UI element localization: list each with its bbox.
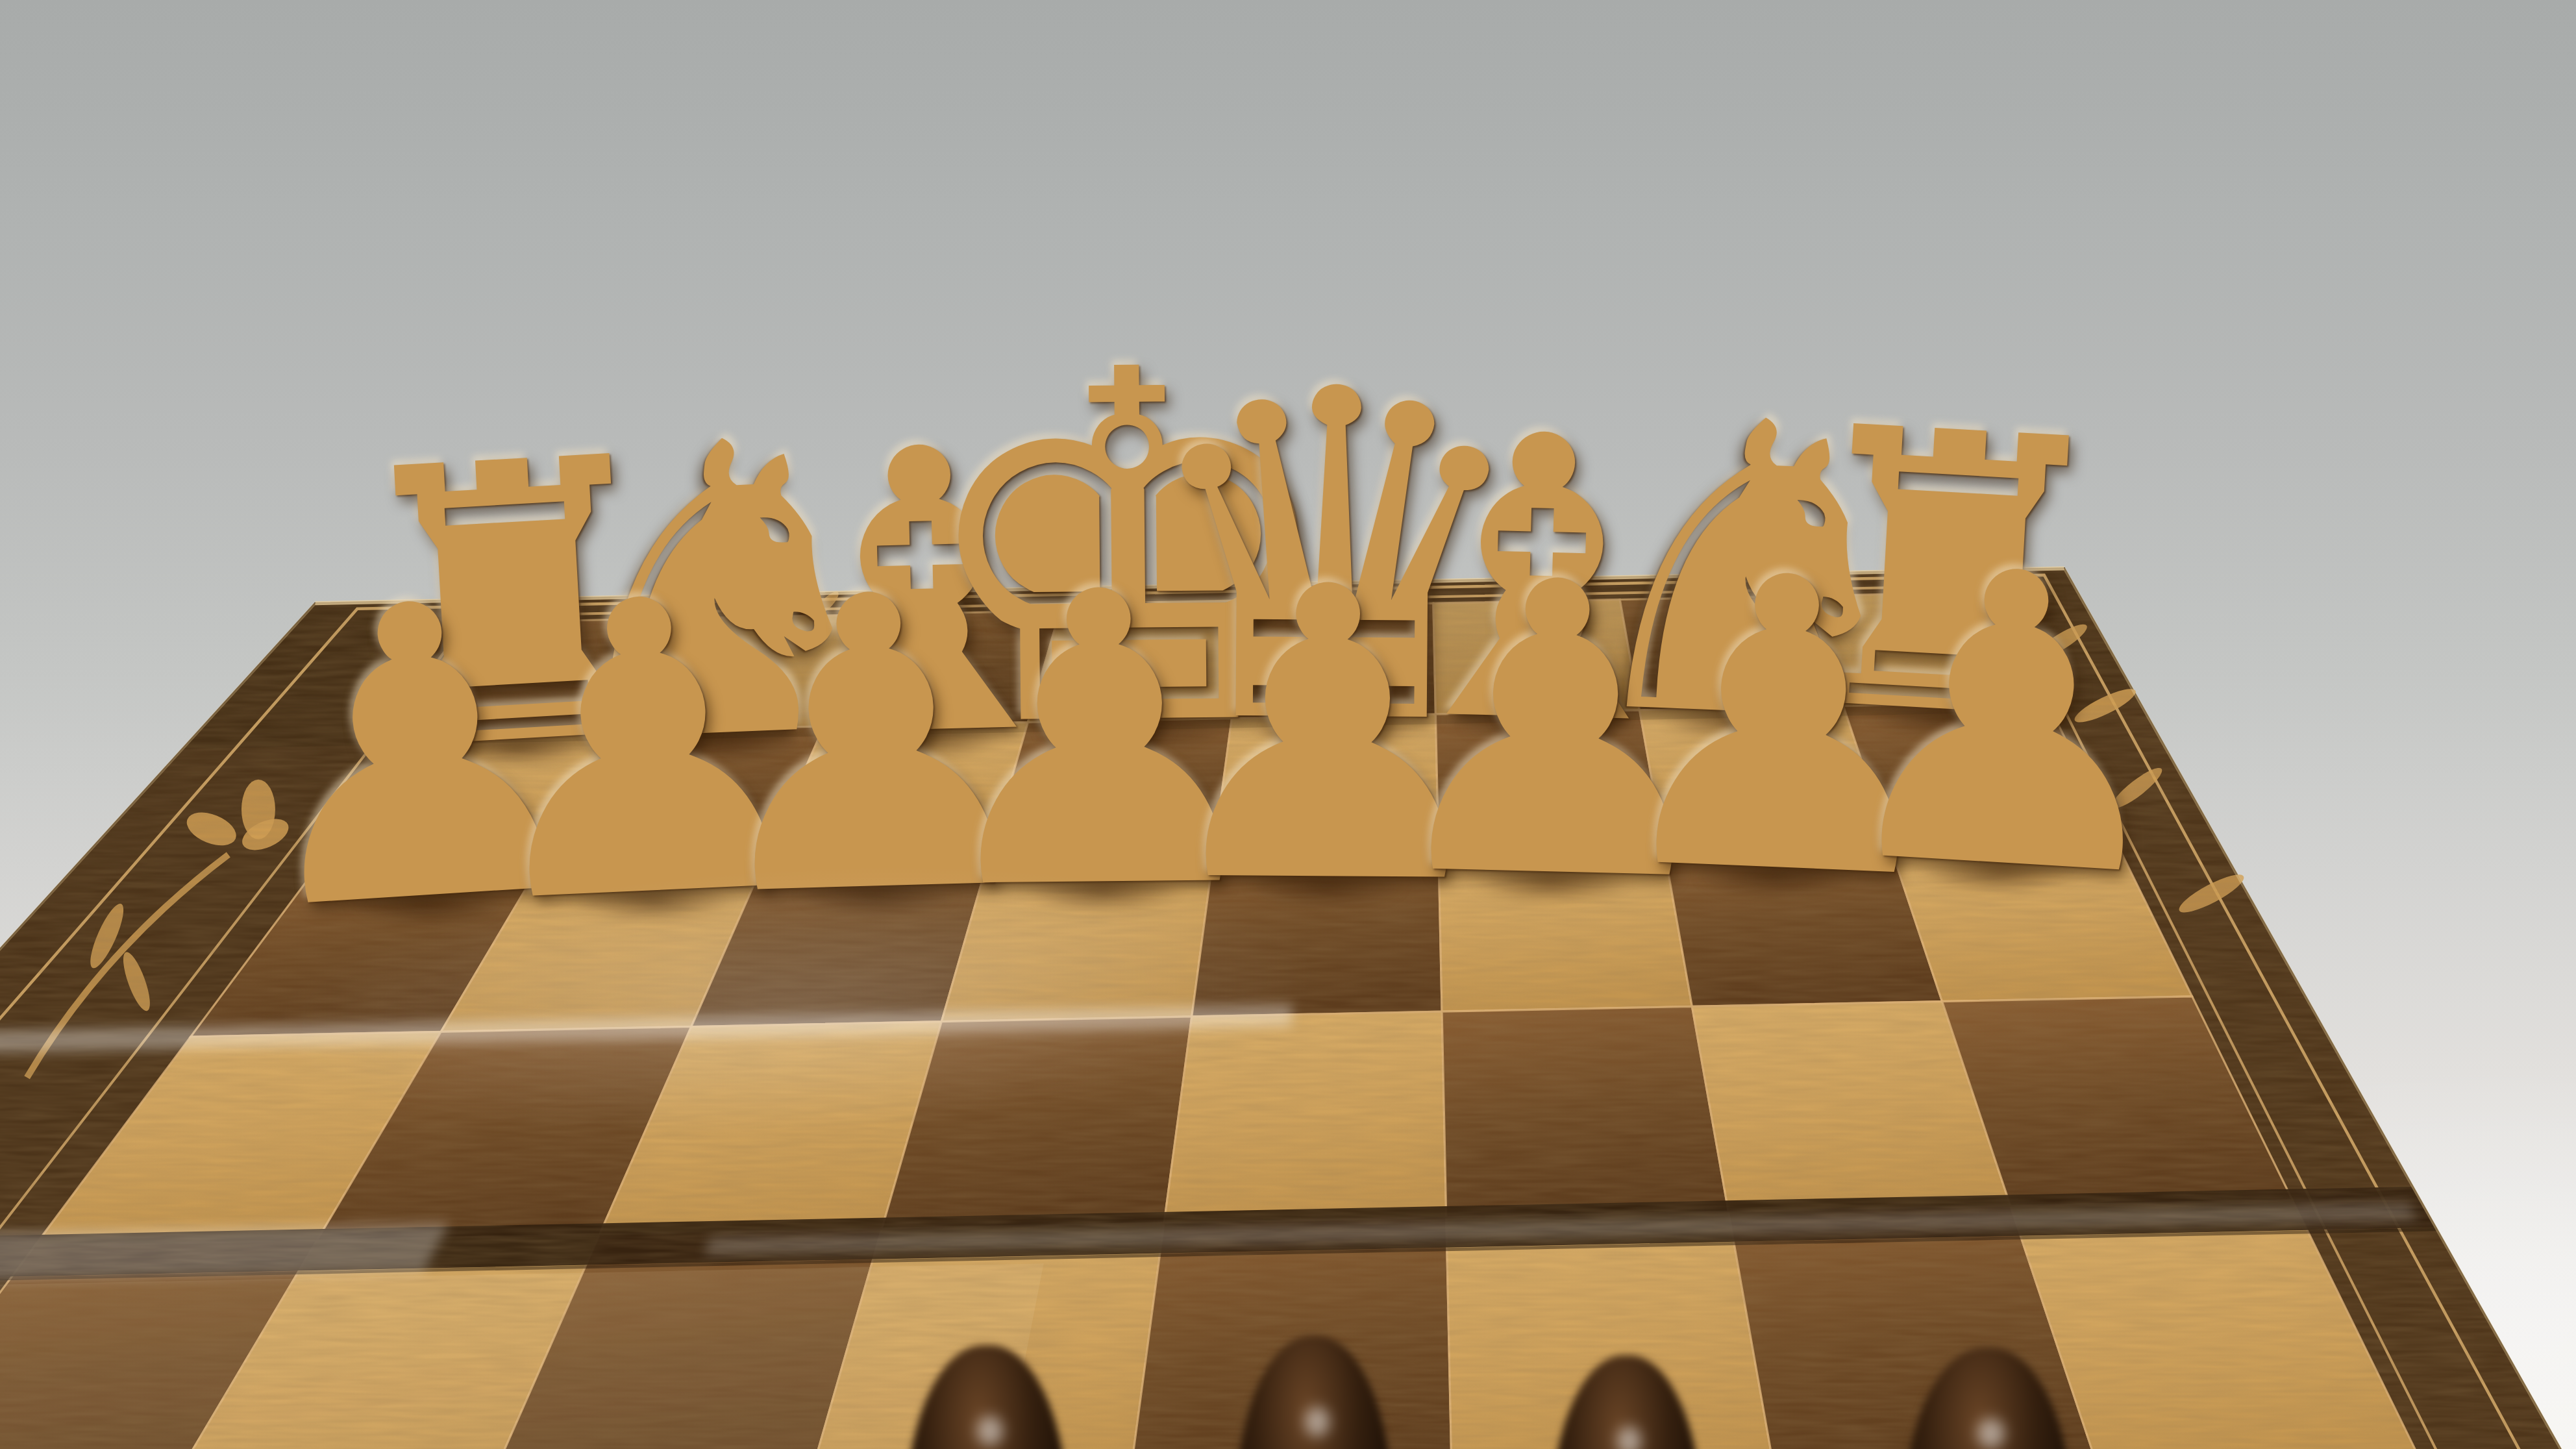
dark-pieces-layer [0, 0, 2576, 1449]
dark-piece-top[interactable] [1550, 1356, 1703, 1449]
photo-scene: ♜♞♝♚♛♝♞♜♟♟♟♟♟♟♟♟ [0, 0, 2576, 1449]
specular-highlight [1977, 1418, 2005, 1448]
dark-piece-top[interactable] [1903, 1348, 2072, 1449]
specular-highlight [1305, 1407, 1330, 1437]
specular-highlight [1617, 1426, 1642, 1449]
specular-highlight [977, 1416, 1003, 1446]
dark-piece-top[interactable] [906, 1345, 1068, 1449]
dark-piece-top[interactable] [1236, 1336, 1392, 1449]
